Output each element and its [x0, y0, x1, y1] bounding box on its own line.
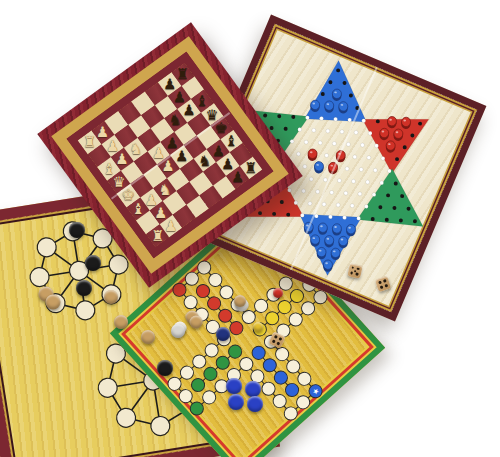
peg[interactable]	[310, 100, 320, 110]
peg-hole[interactable]	[326, 129, 330, 133]
peg-hole[interactable]	[360, 143, 364, 147]
game-disc-black[interactable]	[76, 280, 92, 296]
peg[interactable]	[323, 260, 333, 270]
chess-piece-white[interactable]: ♜	[83, 135, 96, 150]
die-pip	[380, 286, 383, 289]
chess-piece-white[interactable]: ♞	[158, 182, 171, 197]
peg-hole[interactable]	[330, 190, 334, 194]
peg-hole[interactable]	[336, 203, 340, 207]
peg-hole[interactable]	[350, 204, 354, 208]
peg-hole[interactable]	[309, 177, 313, 181]
peg-hole[interactable]	[346, 142, 350, 146]
game-disc-yellow[interactable]	[253, 322, 263, 332]
peg-hole[interactable]	[387, 169, 391, 173]
chess-piece-white[interactable]: ♟	[116, 152, 129, 167]
solitaire-node[interactable]	[29, 266, 51, 288]
peg[interactable]	[339, 236, 349, 246]
peg[interactable]	[324, 101, 334, 111]
game-disc-blue[interactable]	[226, 378, 242, 394]
peg-hole[interactable]	[314, 214, 318, 218]
peg-hole[interactable]	[374, 144, 378, 148]
peg-hole[interactable]	[381, 156, 385, 160]
peg-hole[interactable]	[345, 167, 349, 171]
game-disc-wood[interactable]	[46, 295, 61, 310]
die-pip	[350, 272, 353, 275]
peg-hole[interactable]	[322, 202, 326, 206]
chess-piece-black[interactable]: ♞	[169, 113, 182, 128]
peg[interactable]	[394, 129, 404, 139]
solitaire-node[interactable]	[115, 407, 137, 429]
peg-hole[interactable]	[308, 201, 312, 205]
chess-piece-white[interactable]: ♜	[151, 228, 164, 243]
peg[interactable]	[317, 247, 327, 257]
peg-hole[interactable]	[325, 153, 329, 157]
peg[interactable]	[308, 149, 318, 159]
peg[interactable]	[386, 141, 396, 151]
peg-hole[interactable]	[342, 215, 346, 219]
die-pip	[378, 281, 381, 284]
solitaire-node[interactable]	[97, 377, 119, 399]
peg[interactable]	[310, 235, 320, 245]
peg-hole[interactable]	[287, 188, 291, 192]
peg-hole[interactable]	[300, 213, 304, 217]
game-disc-red[interactable]	[273, 288, 283, 298]
solitaire-node[interactable]	[36, 236, 58, 258]
peg-hole[interactable]	[362, 119, 366, 123]
peg-hole[interactable]	[359, 167, 363, 171]
peg-hole[interactable]	[298, 127, 302, 131]
game-boards-photo: ★ ♜♟♟♜♟♟♝♟♞♞♟♝♛♟♟♛♚♟♟♚♝♟♞♞♟♝♟♟♜♟♟♜	[0, 0, 500, 457]
peg[interactable]	[380, 128, 390, 138]
peg-hole[interactable]	[367, 156, 371, 160]
die-pip	[276, 342, 280, 346]
peg-hole[interactable]	[357, 216, 361, 220]
die-pip	[383, 279, 386, 282]
peg-hole[interactable]	[354, 130, 358, 134]
die-pip	[274, 335, 278, 339]
peg-hole[interactable]	[328, 215, 332, 219]
peg-hole[interactable]	[351, 179, 355, 183]
peg[interactable]	[332, 89, 342, 99]
peg-hole[interactable]	[333, 117, 337, 121]
peg[interactable]	[339, 101, 349, 111]
peg-hole[interactable]	[312, 128, 316, 132]
chess-piece-white[interactable]: ♞	[129, 142, 142, 157]
die-pip	[357, 267, 360, 270]
game-disc-blue[interactable]	[228, 394, 244, 410]
die-pip	[279, 337, 283, 341]
peg-hole[interactable]	[332, 142, 336, 146]
chess-piece-white[interactable]: ♝	[131, 202, 144, 217]
game-disc-wood[interactable]	[141, 330, 155, 344]
peg-hole[interactable]	[316, 190, 320, 194]
game-disc-silver[interactable]	[171, 324, 185, 338]
peg[interactable]	[324, 235, 334, 245]
chess-piece-black[interactable]: ♟	[182, 103, 195, 118]
peg[interactable]	[387, 116, 397, 126]
peg-hole[interactable]	[303, 164, 307, 168]
game-disc-blue[interactable]	[245, 381, 261, 397]
peg-hole[interactable]	[373, 168, 377, 172]
solitaire-node[interactable]	[149, 415, 171, 437]
peg[interactable]	[314, 161, 324, 171]
game-disc-black[interactable]	[69, 222, 85, 238]
die-pip	[385, 284, 388, 287]
peg[interactable]	[401, 117, 411, 127]
peg-hole[interactable]	[304, 140, 308, 144]
game-disc-black[interactable]	[85, 255, 101, 271]
peg-hole[interactable]	[380, 181, 384, 185]
peg-hole[interactable]	[364, 204, 368, 208]
wooden-die[interactable]	[347, 263, 362, 278]
peg-hole[interactable]	[340, 130, 344, 134]
peg-hole[interactable]	[301, 189, 305, 193]
die-pip	[272, 339, 276, 343]
game-disc-wood[interactable]	[104, 290, 118, 304]
peg-hole[interactable]	[296, 152, 300, 156]
chess-piece-black[interactable]: ♞	[198, 153, 211, 167]
peg-hole[interactable]	[358, 192, 362, 196]
peg[interactable]	[331, 248, 341, 258]
peg-hole[interactable]	[365, 180, 369, 184]
peg-hole[interactable]	[337, 178, 341, 182]
peg-hole[interactable]	[368, 131, 372, 135]
peg[interactable]	[346, 224, 356, 234]
chess-piece-black[interactable]: ♜	[176, 67, 189, 82]
peg-hole[interactable]	[318, 141, 322, 145]
chess-piece-black[interactable]: ♟	[231, 170, 244, 185]
peg-hole[interactable]	[344, 191, 348, 195]
peg-hole[interactable]	[290, 139, 294, 143]
solitaire-node[interactable]	[74, 299, 96, 321]
chess-piece-black[interactable]: ♜	[244, 161, 257, 176]
peg-hole[interactable]	[372, 193, 376, 197]
peg-hole[interactable]	[353, 155, 357, 159]
game-disc-wood[interactable]	[190, 316, 203, 329]
peg-hole[interactable]	[305, 116, 309, 120]
peg[interactable]	[318, 223, 328, 233]
chess-piece-white[interactable]: ♟	[164, 219, 177, 234]
peg-hole[interactable]	[319, 116, 323, 120]
game-disc-navy[interactable]	[216, 327, 230, 341]
peg-hole[interactable]	[348, 118, 352, 122]
game-disc-blue[interactable]	[247, 396, 263, 412]
game-disc-black[interactable]	[157, 360, 173, 376]
peg-hole[interactable]	[294, 201, 298, 205]
peg[interactable]	[332, 224, 342, 234]
chess-piece-black[interactable]: ♝	[225, 134, 238, 149]
game-disc-wood[interactable]	[114, 315, 128, 329]
game-disc-wood[interactable]	[234, 295, 246, 307]
die-pip	[356, 273, 359, 276]
